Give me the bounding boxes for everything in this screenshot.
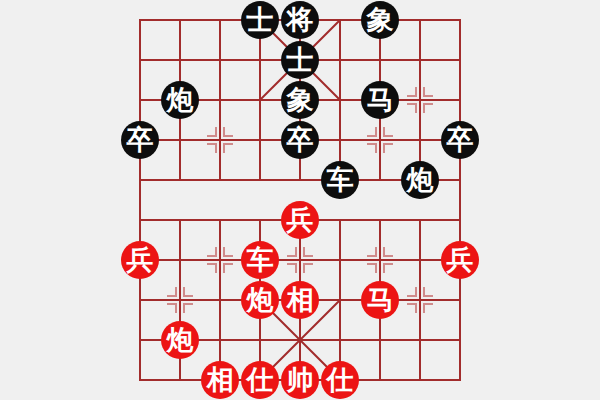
point-marker-corner xyxy=(407,303,417,313)
point-marker-corner xyxy=(303,247,313,257)
piece-red-horse[interactable]: 马 xyxy=(361,281,399,319)
point-marker-corner xyxy=(167,303,177,313)
piece-black-chariot[interactable]: 车 xyxy=(321,161,359,199)
grid-line-vertical xyxy=(139,19,141,381)
point-marker-corner xyxy=(383,143,393,153)
piece-red-chariot[interactable]: 车 xyxy=(241,241,279,279)
point-marker-corner xyxy=(183,287,193,297)
piece-red-elephant[interactable]: 相 xyxy=(201,361,239,399)
piece-red-cannon[interactable]: 炮 xyxy=(241,281,279,319)
piece-black-king[interactable]: 将 xyxy=(281,1,319,39)
point-marker-corner xyxy=(183,303,193,313)
piece-red-king[interactable]: 帅 xyxy=(281,361,319,399)
point-marker-corner xyxy=(367,127,377,137)
point-marker-corner xyxy=(223,247,233,257)
piece-black-cannon[interactable]: 炮 xyxy=(401,161,439,199)
point-marker-corner xyxy=(423,87,433,97)
point-marker-corner xyxy=(207,263,217,273)
point-marker-corner xyxy=(383,127,393,137)
piece-red-pawn[interactable]: 兵 xyxy=(281,201,319,239)
piece-red-elephant[interactable]: 相 xyxy=(281,281,319,319)
piece-black-horse[interactable]: 马 xyxy=(361,81,399,119)
point-marker-corner xyxy=(367,247,377,257)
point-marker-corner xyxy=(423,103,433,113)
point-marker-corner xyxy=(207,127,217,137)
point-marker-corner xyxy=(223,263,233,273)
grid-line-vertical xyxy=(219,219,221,381)
point-marker xyxy=(207,127,233,153)
point-marker-corner xyxy=(167,287,177,297)
point-marker-corner xyxy=(223,127,233,137)
point-marker xyxy=(407,287,433,313)
point-marker xyxy=(287,247,313,273)
point-marker xyxy=(407,87,433,113)
point-marker-corner xyxy=(303,263,313,273)
point-marker-corner xyxy=(207,247,217,257)
point-marker-corner xyxy=(423,303,433,313)
piece-black-pawn[interactable]: 卒 xyxy=(281,121,319,159)
point-marker-corner xyxy=(287,263,297,273)
piece-red-advisor[interactable]: 仕 xyxy=(241,361,279,399)
point-marker xyxy=(367,127,393,153)
piece-black-advisor[interactable]: 士 xyxy=(281,41,319,79)
piece-black-cannon[interactable]: 炮 xyxy=(161,81,199,119)
point-marker-corner xyxy=(207,143,217,153)
xiangqi-board: 士将象士炮象马卒卒卒车炮兵兵车兵炮相马炮相仕帅仕 xyxy=(0,0,600,400)
point-marker-corner xyxy=(423,287,433,297)
piece-red-cannon[interactable]: 炮 xyxy=(161,321,199,359)
piece-black-elephant[interactable]: 象 xyxy=(281,81,319,119)
piece-red-pawn[interactable]: 兵 xyxy=(441,241,479,279)
point-marker xyxy=(367,247,393,273)
grid-line-vertical xyxy=(219,19,221,181)
piece-black-advisor[interactable]: 士 xyxy=(241,1,279,39)
piece-black-pawn[interactable]: 卒 xyxy=(121,121,159,159)
piece-black-elephant[interactable]: 象 xyxy=(361,1,399,39)
grid-line-vertical xyxy=(459,19,461,381)
point-marker-corner xyxy=(287,247,297,257)
point-marker-corner xyxy=(407,87,417,97)
piece-red-advisor[interactable]: 仕 xyxy=(321,361,359,399)
point-marker-corner xyxy=(407,103,417,113)
point-marker-corner xyxy=(383,247,393,257)
point-marker xyxy=(167,287,193,313)
point-marker xyxy=(207,247,233,273)
point-marker-corner xyxy=(383,263,393,273)
point-marker-corner xyxy=(367,263,377,273)
point-marker-corner xyxy=(367,143,377,153)
point-marker-corner xyxy=(407,287,417,297)
piece-red-pawn[interactable]: 兵 xyxy=(121,241,159,279)
piece-black-pawn[interactable]: 卒 xyxy=(441,121,479,159)
point-marker-corner xyxy=(223,143,233,153)
